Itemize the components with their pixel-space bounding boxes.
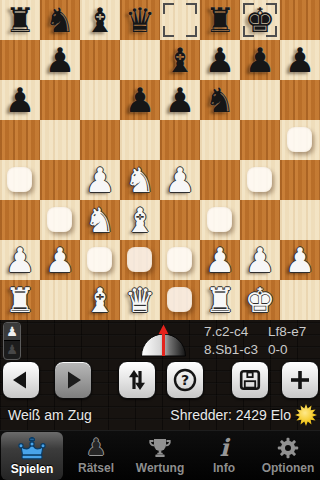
move-row: 7.c2-c4 Lf8-e7 bbox=[204, 323, 306, 341]
info-icon: i bbox=[219, 434, 228, 461]
square-d8[interactable]: ♛ bbox=[120, 0, 160, 40]
white-rook: ♜ bbox=[0, 280, 40, 320]
square-c2[interactable] bbox=[80, 240, 120, 280]
square-h2[interactable]: ♟ bbox=[280, 240, 320, 280]
square-b3[interactable] bbox=[40, 200, 80, 240]
side-to-move-label: Weiß am Zug bbox=[8, 400, 92, 430]
legal-move-marker[interactable] bbox=[167, 247, 192, 272]
left-triangle-icon bbox=[9, 368, 33, 392]
square-a8[interactable]: ♜ bbox=[0, 0, 40, 40]
square-c6[interactable] bbox=[80, 80, 120, 120]
black-knight: ♞ bbox=[200, 80, 240, 120]
square-e1[interactable] bbox=[160, 280, 200, 320]
black-player-cell: ♟ bbox=[4, 341, 20, 358]
black-queen: ♛ bbox=[120, 0, 160, 40]
square-h8[interactable] bbox=[280, 0, 320, 40]
white-pawn: ♟ bbox=[80, 160, 120, 200]
hint-button[interactable]: ? bbox=[166, 361, 204, 399]
square-b1[interactable] bbox=[40, 280, 80, 320]
square-d5[interactable] bbox=[120, 120, 160, 160]
square-e5[interactable] bbox=[160, 120, 200, 160]
save-button[interactable] bbox=[231, 361, 269, 399]
last-move-bracket bbox=[163, 3, 197, 37]
tab-label: Info bbox=[213, 461, 235, 475]
black-bishop: ♝ bbox=[160, 40, 200, 80]
square-f7[interactable]: ♟ bbox=[200, 40, 240, 80]
square-b2[interactable]: ♟ bbox=[40, 240, 80, 280]
black-rook: ♜ bbox=[0, 0, 40, 40]
legal-move-marker[interactable] bbox=[287, 127, 312, 152]
white-pawn-icon: ♟ bbox=[6, 324, 18, 339]
square-e7[interactable]: ♝ bbox=[160, 40, 200, 80]
white-bishop: ♝ bbox=[80, 280, 120, 320]
chess-board: ♜♞♝♛♜♚♟♝♟♟♟♟♟♟♞♟♞♟♞♝♟♟♟♟♟♜♝♛♜♚ bbox=[0, 0, 320, 320]
black-move: 0-0 bbox=[268, 341, 288, 359]
square-f4[interactable] bbox=[200, 160, 240, 200]
white-rook: ♜ bbox=[200, 280, 240, 320]
square-c3[interactable]: ♞ bbox=[80, 200, 120, 240]
pawn-icon: ♟ bbox=[86, 434, 107, 461]
tab-label: Wertung bbox=[136, 461, 184, 475]
square-f8[interactable]: ♜ bbox=[200, 0, 240, 40]
forward-button[interactable] bbox=[54, 361, 92, 399]
square-g2[interactable]: ♟ bbox=[240, 240, 280, 280]
square-g4[interactable] bbox=[240, 160, 280, 200]
tab-label: Spielen bbox=[11, 462, 54, 476]
square-c8[interactable]: ♝ bbox=[80, 0, 120, 40]
tab-label: Rätsel bbox=[78, 461, 114, 475]
black-move: Lf8-e7 bbox=[268, 323, 306, 341]
square-h6[interactable] bbox=[280, 80, 320, 120]
square-d4[interactable]: ♞ bbox=[120, 160, 160, 200]
move-row: 8.Sb1-c3 0-0 bbox=[204, 341, 306, 359]
black-pawn: ♟ bbox=[200, 40, 240, 80]
square-e4[interactable]: ♟ bbox=[160, 160, 200, 200]
square-h5[interactable] bbox=[280, 120, 320, 160]
tab-raetsel[interactable]: ♟ Rätsel bbox=[64, 431, 128, 480]
white-pawn: ♟ bbox=[160, 160, 200, 200]
white-pawn: ♟ bbox=[0, 240, 40, 280]
black-pawn: ♟ bbox=[240, 40, 280, 80]
status-bar: Weiß am Zug Shredder: 2429 Elo bbox=[0, 400, 320, 430]
square-h4[interactable] bbox=[280, 160, 320, 200]
square-c5[interactable] bbox=[80, 120, 120, 160]
square-a1[interactable]: ♜ bbox=[0, 280, 40, 320]
tab-spielen[interactable]: Spielen bbox=[1, 432, 63, 480]
legal-move-marker[interactable] bbox=[207, 207, 232, 232]
white-knight: ♞ bbox=[80, 200, 120, 240]
tab-optionen[interactable]: Optionen bbox=[256, 431, 320, 480]
square-a6[interactable]: ♟ bbox=[0, 80, 40, 120]
up-down-arrows-icon bbox=[125, 368, 149, 392]
back-button[interactable] bbox=[2, 361, 40, 399]
black-king: ♚ bbox=[240, 0, 280, 40]
square-g8[interactable]: ♚ bbox=[240, 0, 280, 40]
trophy-icon bbox=[148, 434, 172, 461]
white-knight: ♞ bbox=[120, 160, 160, 200]
tab-bar: Spielen ♟ Rätsel Wertung bbox=[0, 430, 320, 480]
square-f6[interactable]: ♞ bbox=[200, 80, 240, 120]
legal-move-marker[interactable] bbox=[127, 247, 152, 272]
square-b7[interactable]: ♟ bbox=[40, 40, 80, 80]
white-pawn: ♟ bbox=[240, 240, 280, 280]
square-e3[interactable] bbox=[160, 200, 200, 240]
square-f5[interactable] bbox=[200, 120, 240, 160]
square-b4[interactable] bbox=[40, 160, 80, 200]
square-h7[interactable]: ♟ bbox=[280, 40, 320, 80]
sun-icon bbox=[295, 404, 317, 426]
square-g5[interactable] bbox=[240, 120, 280, 160]
player-color-indicator: ♟ ♟ bbox=[3, 322, 21, 360]
question-circle-icon: ? bbox=[172, 367, 198, 393]
engine-strength: Shredder: 2429 Elo bbox=[170, 400, 317, 430]
square-c4[interactable]: ♟ bbox=[80, 160, 120, 200]
square-f2[interactable]: ♟ bbox=[200, 240, 240, 280]
square-g6[interactable] bbox=[240, 80, 280, 120]
flip-board-button[interactable] bbox=[118, 361, 156, 399]
white-queen: ♛ bbox=[120, 280, 160, 320]
square-a5[interactable] bbox=[0, 120, 40, 160]
square-g1[interactable]: ♚ bbox=[240, 280, 280, 320]
black-pawn-icon: ♟ bbox=[6, 342, 18, 357]
white-pawn: ♟ bbox=[280, 240, 320, 280]
square-a3[interactable] bbox=[0, 200, 40, 240]
square-h1[interactable] bbox=[280, 280, 320, 320]
tab-label: Optionen bbox=[262, 461, 315, 475]
black-pawn: ♟ bbox=[160, 80, 200, 120]
square-e6[interactable]: ♟ bbox=[160, 80, 200, 120]
square-g7[interactable]: ♟ bbox=[240, 40, 280, 80]
black-pawn: ♟ bbox=[0, 80, 40, 120]
legal-move-marker[interactable] bbox=[247, 167, 272, 192]
square-h3[interactable] bbox=[280, 200, 320, 240]
square-d6[interactable]: ♟ bbox=[120, 80, 160, 120]
square-b8[interactable]: ♞ bbox=[40, 0, 80, 40]
legal-move-marker[interactable] bbox=[167, 287, 192, 312]
white-move: 8.Sb1-c3 bbox=[204, 341, 268, 359]
square-d3[interactable]: ♝ bbox=[120, 200, 160, 240]
square-e2[interactable] bbox=[160, 240, 200, 280]
new-game-button[interactable] bbox=[281, 361, 319, 399]
white-player-cell: ♟ bbox=[4, 323, 20, 341]
blue-crown-icon bbox=[17, 435, 47, 462]
square-a4[interactable] bbox=[0, 160, 40, 200]
square-d7[interactable] bbox=[120, 40, 160, 80]
white-king: ♚ bbox=[240, 280, 280, 320]
black-rook: ♜ bbox=[200, 0, 240, 40]
bottom-panel: ♟ ♟ bbox=[0, 320, 320, 480]
tab-info[interactable]: i Info bbox=[192, 431, 256, 480]
square-d1[interactable]: ♛ bbox=[120, 280, 160, 320]
square-c1[interactable]: ♝ bbox=[80, 280, 120, 320]
evaluation-gauge bbox=[140, 323, 187, 357]
legal-move-marker[interactable] bbox=[47, 207, 72, 232]
white-move: 7.c2-c4 bbox=[204, 323, 268, 341]
legal-move-marker[interactable] bbox=[7, 167, 32, 192]
white-pawn: ♟ bbox=[40, 240, 80, 280]
floppy-disk-icon bbox=[238, 368, 262, 392]
black-pawn: ♟ bbox=[280, 40, 320, 80]
square-g3[interactable] bbox=[240, 200, 280, 240]
gear-icon bbox=[276, 434, 300, 461]
white-bishop: ♝ bbox=[120, 200, 160, 240]
black-pawn: ♟ bbox=[40, 40, 80, 80]
black-pawn: ♟ bbox=[120, 80, 160, 120]
square-e8[interactable] bbox=[160, 0, 200, 40]
right-triangle-icon bbox=[61, 368, 85, 392]
tab-wertung[interactable]: Wertung bbox=[128, 431, 192, 480]
legal-move-marker[interactable] bbox=[87, 247, 112, 272]
square-c7[interactable] bbox=[80, 40, 120, 80]
square-f3[interactable] bbox=[200, 200, 240, 240]
white-pawn: ♟ bbox=[200, 240, 240, 280]
square-b6[interactable] bbox=[40, 80, 80, 120]
square-d2[interactable] bbox=[120, 240, 160, 280]
square-a2[interactable]: ♟ bbox=[0, 240, 40, 280]
plus-icon bbox=[288, 368, 312, 392]
shredder-chess-screen: ♜♞♝♛♜♚♟♝♟♟♟♟♟♟♞♟♞♟♞♝♟♟♟♟♟♜♝♛♜♚ ♟ ♟ bbox=[0, 0, 320, 480]
move-list: 7.c2-c4 Lf8-e7 8.Sb1-c3 0-0 bbox=[204, 323, 306, 359]
black-bishop: ♝ bbox=[80, 0, 120, 40]
square-a7[interactable] bbox=[0, 40, 40, 80]
square-f1[interactable]: ♜ bbox=[200, 280, 240, 320]
engine-strength-label: Shredder: 2429 Elo bbox=[170, 407, 291, 423]
black-knight: ♞ bbox=[40, 0, 80, 40]
square-b5[interactable] bbox=[40, 120, 80, 160]
svg-text:?: ? bbox=[181, 372, 189, 388]
